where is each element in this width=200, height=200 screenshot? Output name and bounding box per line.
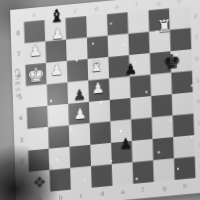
file-label-bottom: g [162,184,166,192]
piece-white-bishop-d6[interactable]: ♝ [85,54,106,77]
rank-label-left: 3 [19,136,23,144]
file-label-top: a [32,11,36,19]
rank-label-right: 5 [195,76,199,84]
piece-black-pawn-f6[interactable]: ♟ [120,56,141,79]
rank-label-left: 8 [16,29,20,37]
file-label-bottom: e [121,188,125,196]
file-label-bottom: h [183,182,187,190]
rank-label-left: 7 [17,50,21,58]
file-label-bottom: f [142,186,144,193]
file-label-top: h [177,0,181,5]
piece-white-pawn-c4[interactable]: ♟ [69,102,90,125]
piece-white-pawn-a7[interactable]: ♟ [25,38,46,61]
piece-white-pawn-d5[interactable]: ♟ [87,76,108,99]
piece-black-pawn-e2[interactable]: ♟ [115,131,136,154]
table-shadow-bottom-left [0,144,60,200]
dust-speckles [10,10,11,11]
piece-white-pawn-b7[interactable]: ♟ [47,21,68,44]
rank-label-right: 3 [197,119,200,127]
rank-label-right: 4 [196,98,200,106]
piece-white-pawn-b6[interactable]: ♟ [46,58,67,81]
piece-black-king-h6[interactable]: ♚ [161,49,182,72]
rank-label-right: 1 [198,162,200,170]
file-label-top: c [73,7,77,14]
file-label-top: b [53,9,57,17]
chess-board-photo: CHESS ❖ ♝♟♟♜♚♟♝♟♚♟♟♟♟ 8877665544332211aa… [0,0,200,200]
rank-label-right: 6 [195,55,199,63]
file-label-top: f [136,1,138,8]
rank-label-right: 2 [197,141,200,149]
file-label-bottom: c [79,192,83,199]
piece-white-king-a6[interactable]: ♚ [25,63,46,86]
file-label-top: g [156,0,160,7]
rank-label-right: 8 [193,12,197,20]
rank-label-left: 5 [18,93,22,101]
rank-label-left: 4 [19,114,23,122]
piece-white-rook-g7[interactable]: ♜ [154,14,175,37]
file-label-bottom: d [100,190,104,198]
file-label-top: e [115,3,119,11]
rank-label-right: 7 [194,33,198,41]
file-label-top: d [94,5,98,13]
rank-label-left: 6 [17,71,21,79]
